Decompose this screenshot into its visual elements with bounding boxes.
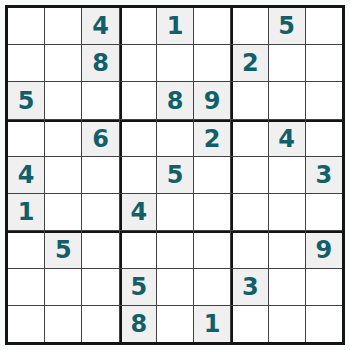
sudoku-cell-r3c3[interactable] xyxy=(82,82,118,118)
page: 4158258962445314595381 xyxy=(0,0,350,350)
sudoku-board: 4158258962445314595381 xyxy=(5,5,345,345)
sudoku-cell-r3c8[interactable] xyxy=(269,82,305,118)
sudoku-cell-r7c6[interactable] xyxy=(194,231,230,267)
sudoku-cell-r2c9[interactable] xyxy=(306,45,342,81)
sudoku-cell-r2c5[interactable] xyxy=(157,45,193,81)
sudoku-cell-r2c3: 8 xyxy=(82,45,118,81)
sudoku-cell-r5c1: 4 xyxy=(8,157,44,193)
sudoku-cell-r7c3[interactable] xyxy=(82,231,118,267)
sudoku-cell-r9c5[interactable] xyxy=(157,306,193,342)
sudoku-cell-r7c4[interactable] xyxy=(120,231,156,267)
sudoku-cell-r6c5[interactable] xyxy=(157,194,193,230)
sudoku-cell-r7c9: 9 xyxy=(306,231,342,267)
sudoku-cell-r8c4: 5 xyxy=(120,269,156,305)
sudoku-cell-r9c3[interactable] xyxy=(82,306,118,342)
sudoku-cell-r8c5[interactable] xyxy=(157,269,193,305)
sudoku-cell-r5c5: 5 xyxy=(157,157,193,193)
sudoku-cell-r8c7: 3 xyxy=(231,269,267,305)
sudoku-cell-r4c5[interactable] xyxy=(157,120,193,156)
sudoku-cell-r6c6[interactable] xyxy=(194,194,230,230)
sudoku-cell-r9c2[interactable] xyxy=(45,306,81,342)
sudoku-cell-r7c7[interactable] xyxy=(231,231,267,267)
sudoku-cell-r1c9[interactable] xyxy=(306,8,342,44)
sudoku-cell-r9c9[interactable] xyxy=(306,306,342,342)
sudoku-cell-r7c5[interactable] xyxy=(157,231,193,267)
sudoku-cell-r3c4[interactable] xyxy=(120,82,156,118)
sudoku-cell-r5c9: 3 xyxy=(306,157,342,193)
sudoku-cell-r4c9[interactable] xyxy=(306,120,342,156)
sudoku-cell-r9c1[interactable] xyxy=(8,306,44,342)
sudoku-cell-r1c8: 5 xyxy=(269,8,305,44)
sudoku-cell-r5c3[interactable] xyxy=(82,157,118,193)
sudoku-cell-r8c6[interactable] xyxy=(194,269,230,305)
sudoku-cell-r7c2: 5 xyxy=(45,231,81,267)
sudoku-cell-r3c2[interactable] xyxy=(45,82,81,118)
sudoku-cell-r7c8[interactable] xyxy=(269,231,305,267)
sudoku-cell-r9c6: 1 xyxy=(194,306,230,342)
sudoku-cell-r6c9[interactable] xyxy=(306,194,342,230)
sudoku-cell-r1c4[interactable] xyxy=(120,8,156,44)
sudoku-cell-r2c8[interactable] xyxy=(269,45,305,81)
sudoku-cell-r4c8: 4 xyxy=(269,120,305,156)
sudoku-cell-r2c1[interactable] xyxy=(8,45,44,81)
sudoku-cell-r3c7[interactable] xyxy=(231,82,267,118)
sudoku-cell-r1c2[interactable] xyxy=(45,8,81,44)
sudoku-cell-r5c6[interactable] xyxy=(194,157,230,193)
sudoku-cell-r1c6[interactable] xyxy=(194,8,230,44)
sudoku-cell-r6c4: 4 xyxy=(120,194,156,230)
sudoku-cell-r6c8[interactable] xyxy=(269,194,305,230)
sudoku-cell-r6c3[interactable] xyxy=(82,194,118,230)
sudoku-cell-r9c7[interactable] xyxy=(231,306,267,342)
sudoku-cell-r1c7[interactable] xyxy=(231,8,267,44)
sudoku-cell-r4c3: 6 xyxy=(82,120,118,156)
sudoku-cell-r6c1: 1 xyxy=(8,194,44,230)
sudoku-cell-r8c2[interactable] xyxy=(45,269,81,305)
sudoku-cell-r6c7[interactable] xyxy=(231,194,267,230)
sudoku-cell-r5c8[interactable] xyxy=(269,157,305,193)
sudoku-cell-r3c5: 8 xyxy=(157,82,193,118)
sudoku-cell-r7c1[interactable] xyxy=(8,231,44,267)
sudoku-cell-r4c4[interactable] xyxy=(120,120,156,156)
sudoku-cell-r2c2[interactable] xyxy=(45,45,81,81)
sudoku-cell-r4c7[interactable] xyxy=(231,120,267,156)
sudoku-cell-r4c2[interactable] xyxy=(45,120,81,156)
sudoku-cell-r8c3[interactable] xyxy=(82,269,118,305)
sudoku-cell-r4c1[interactable] xyxy=(8,120,44,156)
sudoku-cell-r2c4[interactable] xyxy=(120,45,156,81)
sudoku-cell-r5c4[interactable] xyxy=(120,157,156,193)
sudoku-cell-r1c5: 1 xyxy=(157,8,193,44)
sudoku-cell-r9c8[interactable] xyxy=(269,306,305,342)
sudoku-cell-r1c3: 4 xyxy=(82,8,118,44)
sudoku-cell-r5c7[interactable] xyxy=(231,157,267,193)
sudoku-cell-r9c4: 8 xyxy=(120,306,156,342)
sudoku-cell-r4c6: 2 xyxy=(194,120,230,156)
sudoku-cell-r3c1: 5 xyxy=(8,82,44,118)
sudoku-cell-r8c8[interactable] xyxy=(269,269,305,305)
sudoku-cell-r2c6[interactable] xyxy=(194,45,230,81)
sudoku-cell-r8c9[interactable] xyxy=(306,269,342,305)
sudoku-cell-r3c9[interactable] xyxy=(306,82,342,118)
sudoku-cell-r5c2[interactable] xyxy=(45,157,81,193)
sudoku-cell-r2c7: 2 xyxy=(231,45,267,81)
sudoku-cell-r1c1[interactable] xyxy=(8,8,44,44)
sudoku-cell-r3c6: 9 xyxy=(194,82,230,118)
sudoku-cell-r6c2[interactable] xyxy=(45,194,81,230)
sudoku-cell-r8c1[interactable] xyxy=(8,269,44,305)
